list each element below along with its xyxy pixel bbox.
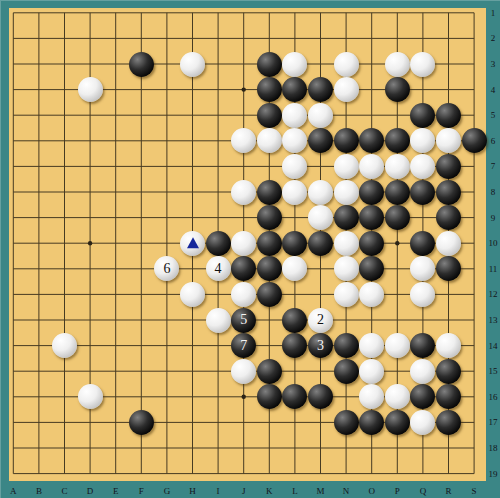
stone-white-R10[interactable]	[436, 231, 461, 256]
row-label-17: 17	[486, 418, 500, 427]
row-label-14: 14	[486, 341, 500, 350]
row-label-1: 1	[486, 8, 500, 17]
stone-white-P14[interactable]	[385, 333, 410, 358]
stone-white-O12[interactable]	[359, 282, 384, 307]
stone-white-I13[interactable]	[206, 308, 231, 333]
col-label-R: R	[445, 487, 451, 496]
stone-black-R15[interactable]	[436, 359, 461, 384]
row-label-16: 16	[486, 392, 500, 401]
stone-black-K8[interactable]	[257, 180, 282, 205]
stone-black-N6[interactable]	[334, 128, 359, 153]
stone-white-J8[interactable]	[231, 180, 256, 205]
stone-black-F17[interactable]	[129, 410, 154, 435]
col-label-I: I	[217, 487, 220, 496]
row-label-5: 5	[486, 111, 500, 120]
col-label-K: K	[266, 487, 273, 496]
row-label-4: 4	[486, 85, 500, 94]
stone-white-D16[interactable]	[78, 384, 103, 409]
row-label-11: 11	[486, 264, 500, 273]
stone-black-O8[interactable]	[359, 180, 384, 205]
stone-white-J10[interactable]	[231, 231, 256, 256]
stone-black-N17[interactable]	[334, 410, 359, 435]
stone-black-F3[interactable]	[129, 52, 154, 77]
move-number-label-G11: 6	[154, 256, 179, 281]
stone-white-P7[interactable]	[385, 154, 410, 179]
stone-black-M4[interactable]	[308, 77, 333, 102]
stone-black-P9[interactable]	[385, 205, 410, 230]
stone-black-P17[interactable]	[385, 410, 410, 435]
stone-white-P3[interactable]	[385, 52, 410, 77]
stone-white-L3[interactable]	[282, 52, 307, 77]
stone-white-N4[interactable]	[334, 77, 359, 102]
stone-black-K9[interactable]	[257, 205, 282, 230]
stone-black-N14[interactable]	[334, 333, 359, 358]
stone-black-K4[interactable]	[257, 77, 282, 102]
stone-white-Q15[interactable]	[410, 359, 435, 384]
stone-white-K6[interactable]	[257, 128, 282, 153]
stone-white-N11[interactable]	[334, 256, 359, 281]
stone-black-Q5[interactable]	[410, 103, 435, 128]
stone-white-M13[interactable]: 2	[308, 308, 333, 333]
stone-black-R7[interactable]	[436, 154, 461, 179]
stone-white-N7[interactable]	[334, 154, 359, 179]
row-label-7: 7	[486, 162, 500, 171]
row-label-15: 15	[486, 367, 500, 376]
row-label-10: 10	[486, 239, 500, 248]
stone-black-N9[interactable]	[334, 205, 359, 230]
go-board-frame: 645273 ABCDEFGHIJKLMNOPQRS12345678910111…	[0, 0, 500, 498]
row-label-9: 9	[486, 213, 500, 222]
col-label-D: D	[87, 487, 94, 496]
stone-white-H10[interactable]	[180, 231, 205, 256]
stone-black-J14[interactable]: 7	[231, 333, 256, 358]
row-label-8: 8	[486, 188, 500, 197]
row-label-18: 18	[486, 444, 500, 453]
stone-black-K15[interactable]	[257, 359, 282, 384]
stone-white-O15[interactable]	[359, 359, 384, 384]
stone-black-R17[interactable]	[436, 410, 461, 435]
col-label-P: P	[395, 487, 400, 496]
stone-black-I10[interactable]	[206, 231, 231, 256]
col-label-M: M	[316, 487, 324, 496]
stone-black-Q10[interactable]	[410, 231, 435, 256]
move-number-label-J14: 7	[231, 333, 256, 358]
stone-white-L8[interactable]	[282, 180, 307, 205]
stone-white-O7[interactable]	[359, 154, 384, 179]
stone-black-K16[interactable]	[257, 384, 282, 409]
stone-black-S6[interactable]	[462, 128, 487, 153]
stone-white-M5[interactable]	[308, 103, 333, 128]
stone-black-R5[interactable]	[436, 103, 461, 128]
stone-black-K5[interactable]	[257, 103, 282, 128]
triangle-marker-icon	[187, 237, 199, 248]
stone-white-N10[interactable]	[334, 231, 359, 256]
stone-black-K3[interactable]	[257, 52, 282, 77]
stone-black-R8[interactable]	[436, 180, 461, 205]
stone-white-G11[interactable]: 6	[154, 256, 179, 281]
col-label-J: J	[242, 487, 246, 496]
stone-white-N12[interactable]	[334, 282, 359, 307]
stone-black-Q8[interactable]	[410, 180, 435, 205]
stone-black-L13[interactable]	[282, 308, 307, 333]
stone-white-H12[interactable]	[180, 282, 205, 307]
stone-black-P8[interactable]	[385, 180, 410, 205]
row-label-3: 3	[486, 60, 500, 69]
stone-black-M14[interactable]: 3	[308, 333, 333, 358]
stone-white-J15[interactable]	[231, 359, 256, 384]
stone-black-P6[interactable]	[385, 128, 410, 153]
stone-black-K11[interactable]	[257, 256, 282, 281]
col-label-F: F	[139, 487, 144, 496]
col-label-S: S	[472, 487, 477, 496]
stone-white-P16[interactable]	[385, 384, 410, 409]
col-label-B: B	[36, 487, 42, 496]
stone-white-I11[interactable]: 4	[206, 256, 231, 281]
stone-black-K10[interactable]	[257, 231, 282, 256]
stone-black-N15[interactable]	[334, 359, 359, 384]
col-label-Q: Q	[420, 487, 427, 496]
move-number-label-M14: 3	[308, 333, 333, 358]
stone-black-K12[interactable]	[257, 282, 282, 307]
stone-white-Q3[interactable]	[410, 52, 435, 77]
stone-white-H3[interactable]	[180, 52, 205, 77]
col-label-L: L	[292, 487, 298, 496]
row-label-2: 2	[486, 34, 500, 43]
row-label-6: 6	[486, 136, 500, 145]
col-label-C: C	[61, 487, 67, 496]
stone-black-O17[interactable]	[359, 410, 384, 435]
stone-white-M9[interactable]	[308, 205, 333, 230]
col-label-O: O	[368, 487, 375, 496]
stone-black-J13[interactable]: 5	[231, 308, 256, 333]
col-label-H: H	[189, 487, 196, 496]
stone-white-L5[interactable]	[282, 103, 307, 128]
stone-black-L10[interactable]	[282, 231, 307, 256]
col-label-G: G	[164, 487, 171, 496]
row-label-19: 19	[486, 469, 500, 478]
stone-white-N3[interactable]	[334, 52, 359, 77]
move-number-label-M13: 2	[308, 308, 333, 333]
stone-white-M8[interactable]	[308, 180, 333, 205]
col-label-N: N	[343, 487, 350, 496]
stone-white-N8[interactable]	[334, 180, 359, 205]
move-number-label-I11: 4	[206, 256, 231, 281]
col-label-E: E	[113, 487, 119, 496]
stone-white-D4[interactable]	[78, 77, 103, 102]
stone-white-C14[interactable]	[52, 333, 77, 358]
stone-black-M10[interactable]	[308, 231, 333, 256]
stone-black-P4[interactable]	[385, 77, 410, 102]
stone-black-R9[interactable]	[436, 205, 461, 230]
col-label-A: A	[10, 487, 17, 496]
row-label-13: 13	[486, 316, 500, 325]
move-number-label-J13: 5	[231, 308, 256, 333]
row-label-12: 12	[486, 290, 500, 299]
stone-white-J12[interactable]	[231, 282, 256, 307]
stone-white-R14[interactable]	[436, 333, 461, 358]
stone-black-O10[interactable]	[359, 231, 384, 256]
go-board[interactable]: 645273	[9, 8, 486, 481]
